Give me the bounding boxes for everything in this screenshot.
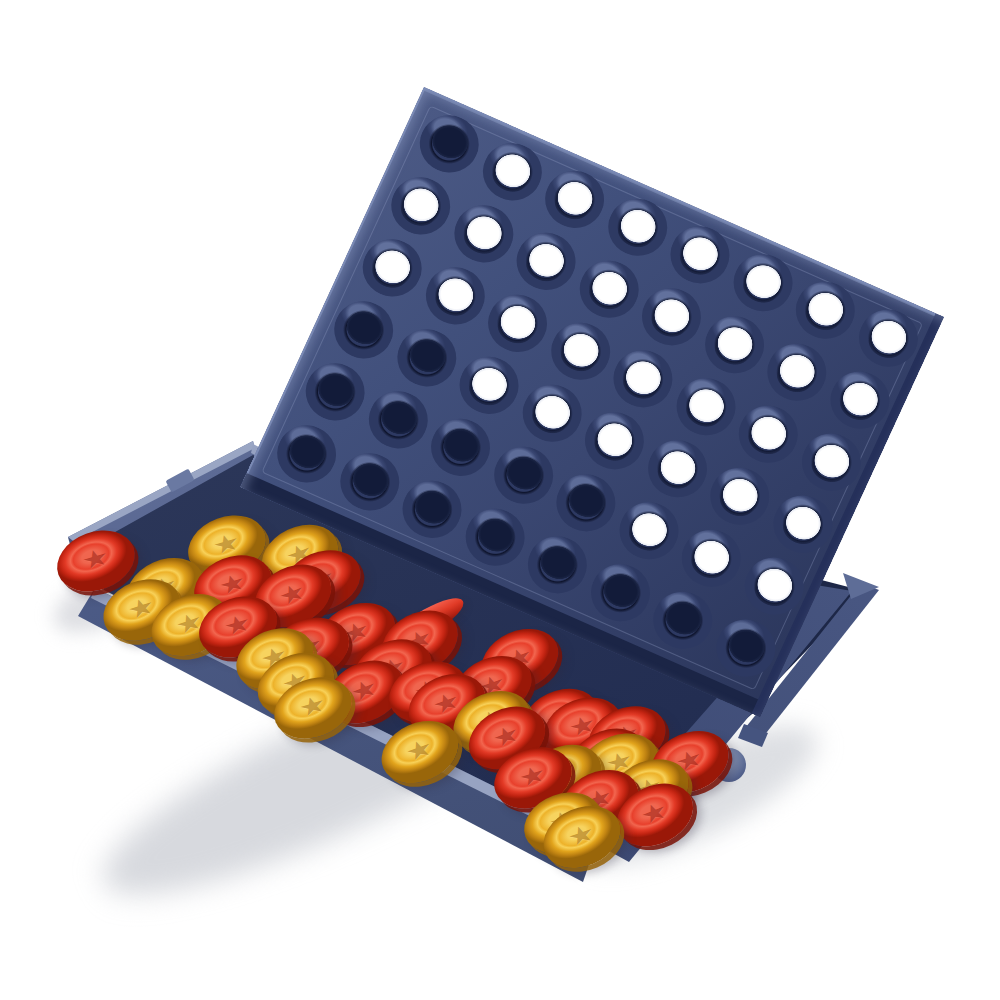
product-photo-stage: ★★★★★★★★★★★★★★★★★★★★★★★★★★★★★★★★★★★★★★ <box>0 0 1000 1000</box>
